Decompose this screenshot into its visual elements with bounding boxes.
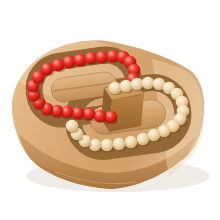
red-marble[interactable] (85, 52, 98, 65)
natural-marble[interactable] (109, 82, 122, 95)
red-marble[interactable] (96, 51, 109, 64)
red-marble[interactable] (63, 56, 76, 69)
red-marble[interactable] (74, 54, 87, 67)
natural-marble[interactable] (148, 129, 161, 142)
natural-marble[interactable] (113, 138, 126, 151)
puzzle-board-photo (0, 0, 220, 220)
red-marble[interactable] (94, 110, 107, 123)
natural-marble[interactable] (142, 77, 155, 90)
natural-marble[interactable] (101, 139, 114, 152)
red-marble[interactable] (52, 59, 65, 72)
natural-marble[interactable] (120, 80, 133, 93)
natural-marble[interactable] (137, 133, 150, 146)
product-photo (0, 0, 220, 220)
natural-marble[interactable] (125, 136, 138, 149)
natural-marble[interactable] (131, 78, 144, 91)
red-marble[interactable] (32, 71, 45, 84)
natural-marble[interactable] (66, 120, 79, 133)
